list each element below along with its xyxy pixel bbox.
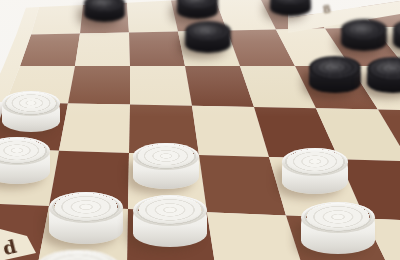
square-r0c0: [31, 5, 83, 35]
black-checker[interactable]: [309, 56, 361, 92]
square-r1c2: [129, 31, 185, 66]
white-checker-top: [133, 143, 199, 171]
square-r2c1: [68, 66, 130, 105]
white-checker[interactable]: [49, 192, 123, 244]
black-checker-top: [341, 19, 387, 39]
black-checker-top: [185, 21, 231, 41]
white-checker[interactable]: [0, 137, 50, 183]
black-checker[interactable]: [177, 0, 218, 19]
black-checker[interactable]: [367, 57, 400, 93]
white-checker[interactable]: [282, 148, 348, 194]
black-checker[interactable]: [84, 0, 125, 22]
square-r2c2: [130, 66, 192, 106]
frame-marking-8: 8: [322, 3, 332, 15]
white-checker-top: [2, 91, 60, 115]
white-checker[interactable]: [133, 143, 199, 189]
square-r1c1: [75, 32, 130, 66]
white-checker[interactable]: [301, 202, 375, 254]
black-checker[interactable]: [185, 21, 231, 53]
black-checker[interactable]: [393, 19, 400, 51]
white-checker-top: [282, 148, 348, 176]
white-checker-top: [301, 202, 375, 233]
black-checker[interactable]: [270, 0, 311, 16]
black-checker[interactable]: [341, 19, 387, 51]
white-checker[interactable]: [2, 91, 60, 132]
white-checker-top: [49, 192, 123, 223]
white-checker-top: [36, 250, 120, 260]
square-r3c1: [59, 103, 130, 152]
checkers-board-photo: d8: [0, 0, 400, 260]
black-checker-top: [309, 56, 361, 79]
white-checker[interactable]: [36, 250, 120, 260]
white-checker[interactable]: [133, 195, 207, 247]
square-r0c2: [127, 1, 178, 33]
